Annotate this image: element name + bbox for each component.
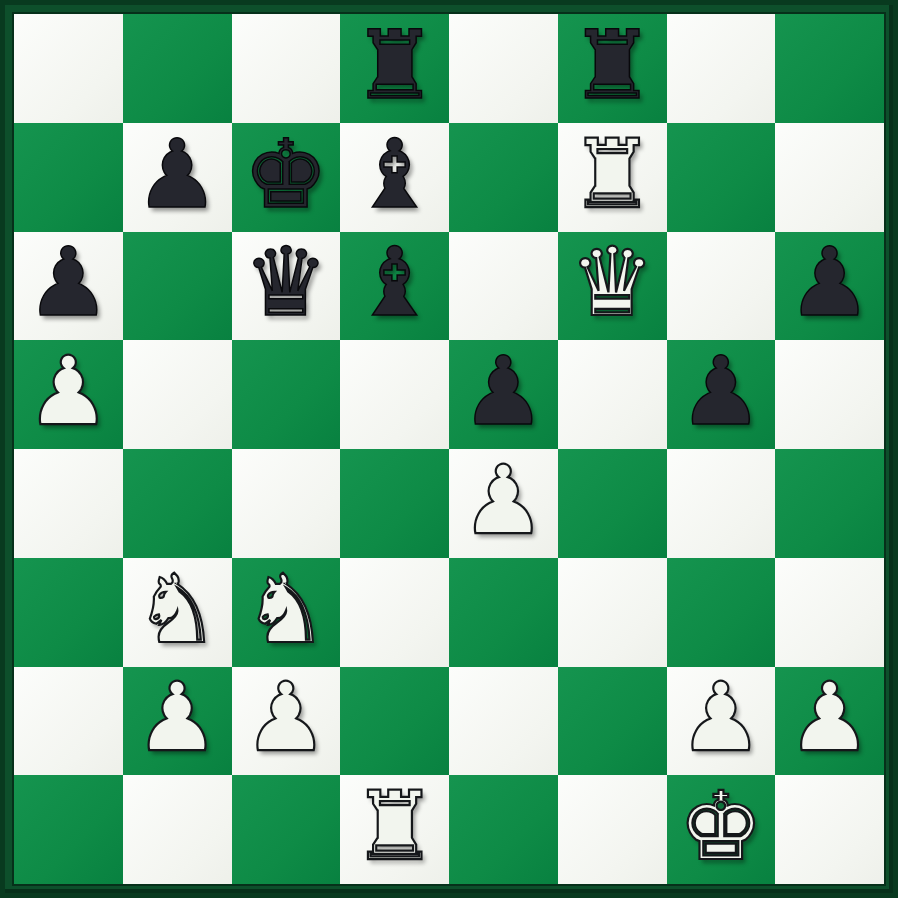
square-f2[interactable]: [558, 667, 667, 776]
square-h8[interactable]: [775, 14, 884, 123]
square-h3[interactable]: [775, 558, 884, 667]
square-h7[interactable]: [775, 123, 884, 232]
square-a2[interactable]: [14, 667, 123, 776]
square-g1[interactable]: ♚: [667, 775, 776, 884]
square-e4[interactable]: ♟: [449, 449, 558, 558]
square-g3[interactable]: [667, 558, 776, 667]
square-f5[interactable]: [558, 340, 667, 449]
square-d5[interactable]: [340, 340, 449, 449]
square-e5[interactable]: ♟: [449, 340, 558, 449]
square-a3[interactable]: [14, 558, 123, 667]
square-a4[interactable]: [14, 449, 123, 558]
square-d2[interactable]: [340, 667, 449, 776]
piece-black-pawn[interactable]: ♟: [787, 235, 872, 330]
square-e3[interactable]: [449, 558, 558, 667]
piece-black-pawn[interactable]: ♟: [26, 235, 111, 330]
square-c2[interactable]: ♟: [232, 667, 341, 776]
square-f1[interactable]: [558, 775, 667, 884]
square-e6[interactable]: [449, 232, 558, 341]
square-d8[interactable]: ♜: [340, 14, 449, 123]
square-g6[interactable]: [667, 232, 776, 341]
piece-white-pawn[interactable]: ♟: [26, 344, 111, 439]
square-d1[interactable]: ♜: [340, 775, 449, 884]
square-e2[interactable]: [449, 667, 558, 776]
square-h2[interactable]: ♟: [775, 667, 884, 776]
chess-board: ♜♜♟♚♝♜♟♛♝♛♟♟♟♟♟♞♞♟♟♟♟♜♚: [14, 14, 884, 884]
square-d4[interactable]: [340, 449, 449, 558]
square-g4[interactable]: [667, 449, 776, 558]
piece-white-pawn[interactable]: ♟: [787, 670, 872, 765]
square-b4[interactable]: [123, 449, 232, 558]
square-c3[interactable]: ♞: [232, 558, 341, 667]
square-h5[interactable]: [775, 340, 884, 449]
piece-black-bishop[interactable]: ♝: [352, 127, 437, 222]
square-c4[interactable]: [232, 449, 341, 558]
piece-black-bishop[interactable]: ♝: [352, 235, 437, 330]
square-g8[interactable]: [667, 14, 776, 123]
square-e1[interactable]: [449, 775, 558, 884]
piece-black-rook[interactable]: ♜: [570, 18, 655, 113]
square-a5[interactable]: ♟: [14, 340, 123, 449]
square-a1[interactable]: [14, 775, 123, 884]
piece-black-king[interactable]: ♚: [243, 127, 328, 222]
square-g2[interactable]: ♟: [667, 667, 776, 776]
square-f7[interactable]: ♜: [558, 123, 667, 232]
square-g5[interactable]: ♟: [667, 340, 776, 449]
piece-black-pawn[interactable]: ♟: [135, 127, 220, 222]
piece-white-knight[interactable]: ♞: [243, 562, 328, 657]
piece-black-pawn[interactable]: ♟: [461, 344, 546, 439]
square-g7[interactable]: [667, 123, 776, 232]
square-f8[interactable]: ♜: [558, 14, 667, 123]
piece-black-rook[interactable]: ♜: [352, 18, 437, 113]
square-c7[interactable]: ♚: [232, 123, 341, 232]
square-a8[interactable]: [14, 14, 123, 123]
square-b5[interactable]: [123, 340, 232, 449]
square-b8[interactable]: [123, 14, 232, 123]
square-c1[interactable]: [232, 775, 341, 884]
square-c6[interactable]: ♛: [232, 232, 341, 341]
piece-white-rook[interactable]: ♜: [352, 779, 437, 874]
square-d6[interactable]: ♝: [340, 232, 449, 341]
square-a6[interactable]: ♟: [14, 232, 123, 341]
square-d7[interactable]: ♝: [340, 123, 449, 232]
square-f3[interactable]: [558, 558, 667, 667]
square-c5[interactable]: [232, 340, 341, 449]
square-a7[interactable]: [14, 123, 123, 232]
square-h6[interactable]: ♟: [775, 232, 884, 341]
square-d3[interactable]: [340, 558, 449, 667]
square-b2[interactable]: ♟: [123, 667, 232, 776]
piece-white-king[interactable]: ♚: [678, 779, 763, 874]
square-h4[interactable]: [775, 449, 884, 558]
square-e8[interactable]: [449, 14, 558, 123]
square-b6[interactable]: [123, 232, 232, 341]
square-f6[interactable]: ♛: [558, 232, 667, 341]
piece-black-pawn[interactable]: ♟: [678, 344, 763, 439]
square-h1[interactable]: [775, 775, 884, 884]
piece-white-knight[interactable]: ♞: [135, 562, 220, 657]
piece-white-pawn[interactable]: ♟: [135, 670, 220, 765]
square-b7[interactable]: ♟: [123, 123, 232, 232]
square-b1[interactable]: [123, 775, 232, 884]
piece-white-pawn[interactable]: ♟: [243, 670, 328, 765]
square-f4[interactable]: [558, 449, 667, 558]
piece-white-pawn[interactable]: ♟: [678, 670, 763, 765]
square-c8[interactable]: [232, 14, 341, 123]
board-frame: ♜♜♟♚♝♜♟♛♝♛♟♟♟♟♟♞♞♟♟♟♟♜♚: [0, 0, 898, 898]
piece-white-pawn[interactable]: ♟: [461, 453, 546, 548]
square-e7[interactable]: [449, 123, 558, 232]
piece-white-queen[interactable]: ♛: [570, 235, 655, 330]
piece-black-queen[interactable]: ♛: [243, 235, 328, 330]
square-b3[interactable]: ♞: [123, 558, 232, 667]
piece-white-rook[interactable]: ♜: [570, 127, 655, 222]
